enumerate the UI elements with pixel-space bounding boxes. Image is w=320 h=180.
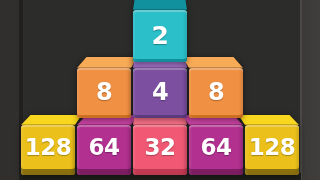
tile-8[interactable]: 8 [179,57,253,118]
tile-front-face: 8 [189,68,243,118]
tile-top-face [123,0,197,10]
tile-value: 32 [144,136,175,159]
tile-value: 4 [152,80,168,104]
tile-value: 2 [152,23,169,48]
tile-value: 64 [200,136,231,159]
tile-128[interactable]: 128 [235,115,309,175]
game-board[interactable]: 1286432641288482 [0,0,320,180]
tile-front-face: 128 [245,125,299,175]
tile-value: 64 [88,136,119,159]
tile-value: 128 [25,136,72,159]
tile-front-face: 2 [133,10,187,62]
tile-value: 8 [208,80,224,104]
tile-value: 8 [96,80,112,104]
tile-2[interactable]: 2 [123,0,197,62]
tile-value: 128 [249,136,296,159]
